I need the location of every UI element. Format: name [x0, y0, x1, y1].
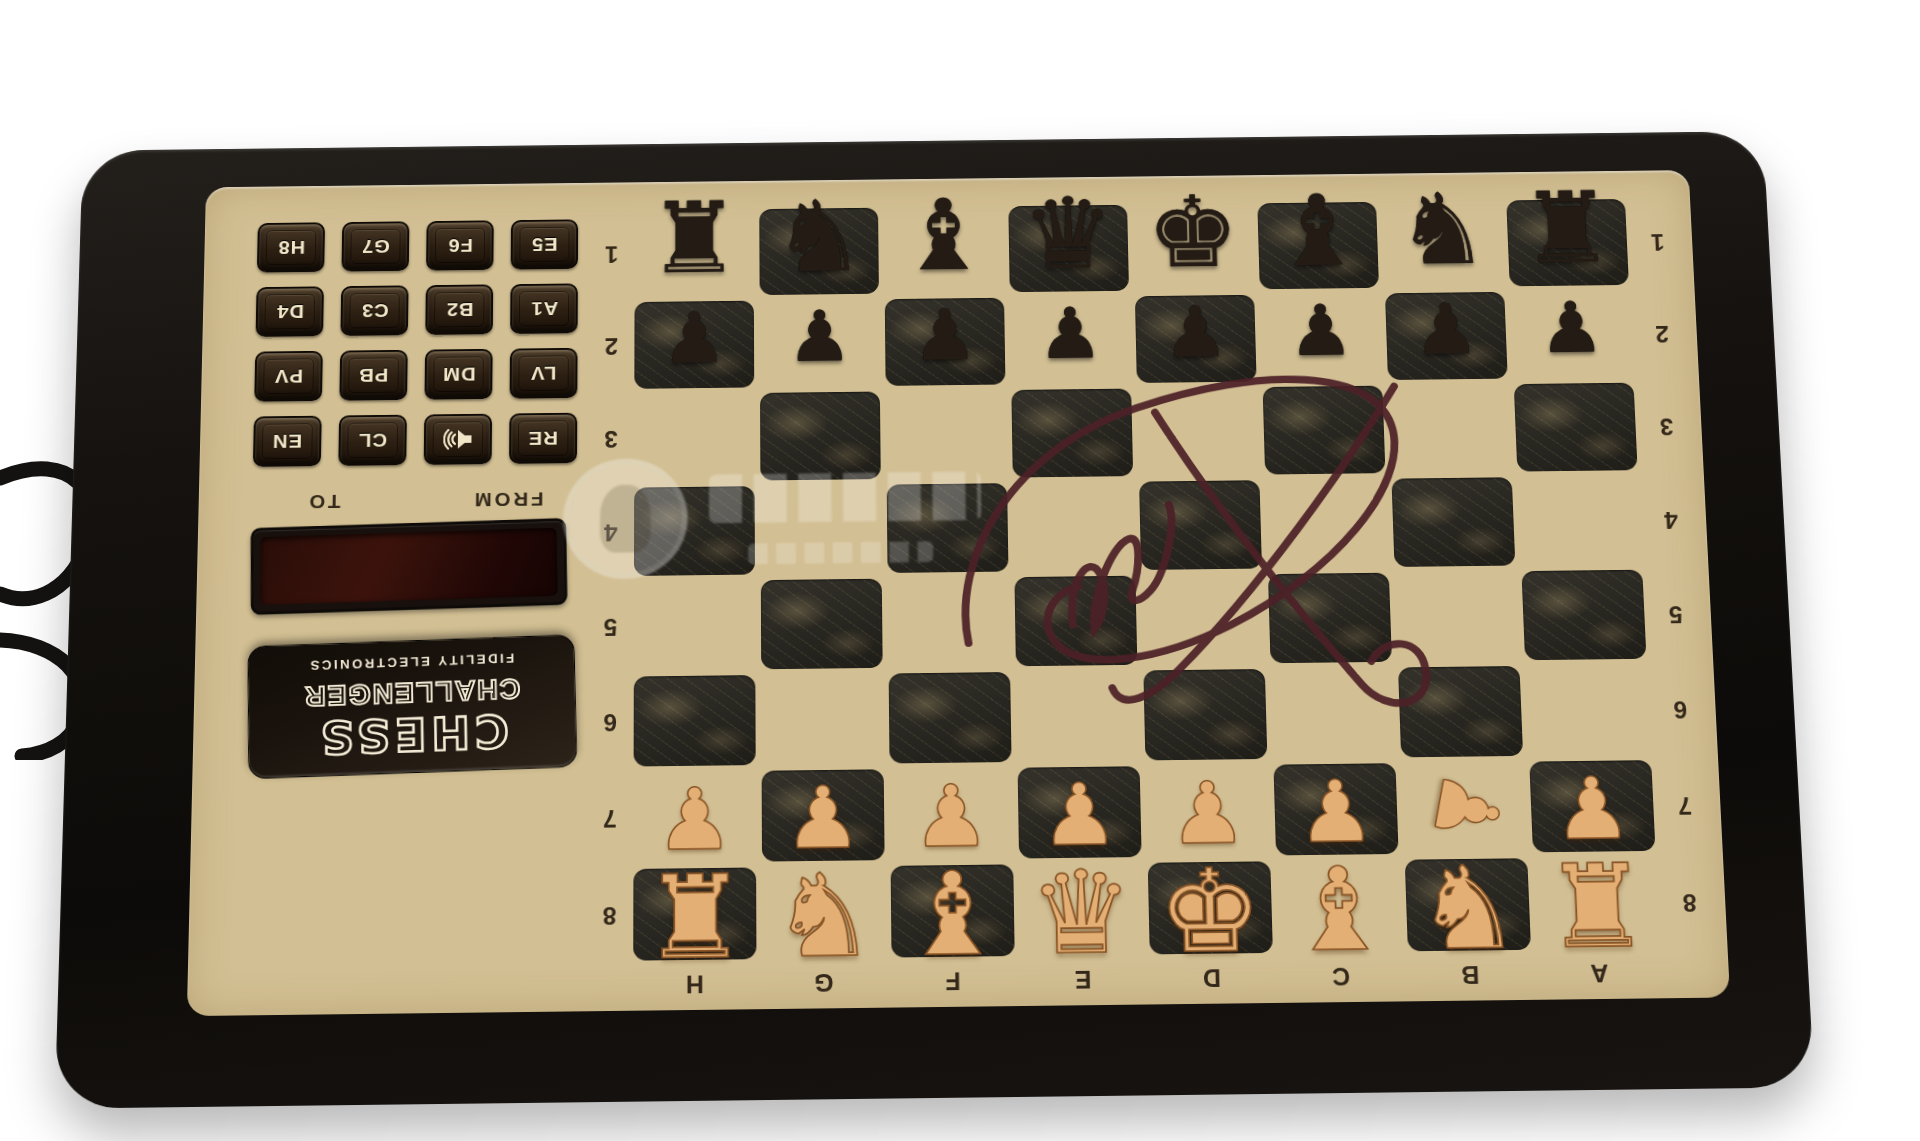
key-E5[interactable]: E5 [511, 219, 579, 269]
square [1268, 665, 1399, 762]
coordinate-label: 8 [1682, 888, 1697, 916]
dark-square-inlay [633, 867, 756, 960]
square [1262, 476, 1391, 571]
square [1138, 571, 1267, 667]
dark-square-inlay [1263, 386, 1386, 475]
key-EN[interactable]: EN [253, 416, 322, 467]
key-D4[interactable]: D4 [256, 286, 324, 336]
square: ♝ [888, 861, 1018, 960]
coordinate-label: G [814, 968, 834, 997]
coordinate-label: 5 [604, 613, 618, 641]
square: ♜ [632, 206, 757, 299]
coordinate-label: 6 [1673, 695, 1688, 723]
coordinate-label: C [1332, 962, 1351, 991]
square: ♛ [1005, 202, 1132, 295]
square [758, 671, 886, 768]
keypad: H8G7F6E5D4C3B2A1PVPBDMLVENCLRE [253, 219, 578, 466]
key-F6[interactable]: F6 [426, 220, 494, 270]
dark-square-inlay [1008, 205, 1129, 292]
white-pawn: ♟ [624, 765, 765, 873]
square [884, 480, 1012, 575]
key-label: A1 [530, 297, 558, 319]
black-rook: ♜ [624, 186, 764, 290]
dark-square-inlay [1143, 669, 1267, 760]
brand-badge: CHESS CHALLENGER FIDELITY ELECTRONICS [247, 634, 577, 779]
key-label: B2 [445, 298, 473, 320]
square: ♟ [1257, 291, 1385, 385]
square [1010, 479, 1138, 574]
square [1008, 386, 1136, 481]
square [1395, 663, 1526, 760]
dark-square-inlay [1135, 295, 1257, 383]
square: ♟ [882, 295, 1009, 389]
dark-square-inlay [1268, 573, 1392, 664]
square [1136, 477, 1265, 572]
square [1134, 384, 1262, 479]
square [757, 389, 884, 484]
coordinate-label: E [1074, 965, 1091, 994]
coordinate-label: H [686, 970, 704, 999]
black-pawn: ♟ [1257, 283, 1385, 377]
square: ♟ [1142, 762, 1273, 860]
dark-square-inlay [760, 392, 881, 481]
dark-square-inlay [759, 208, 879, 295]
key-LV[interactable]: LV [510, 348, 578, 399]
dark-square-inlay [634, 486, 755, 576]
led-display [251, 518, 568, 615]
coordinate-label: 1 [1650, 228, 1665, 255]
key-H8[interactable]: H8 [257, 222, 325, 272]
square [1260, 383, 1389, 478]
dark-square-inlay [1398, 666, 1523, 757]
key-PV[interactable]: PV [254, 351, 323, 402]
key-label: EN [272, 430, 303, 453]
square: ♟ [759, 766, 888, 864]
square: ♝ [881, 203, 1007, 296]
coordinate-label: 2 [605, 332, 618, 359]
dark-square-inlay [1018, 766, 1142, 858]
display-labels: TO FROM [252, 487, 577, 513]
key-label: RE [528, 427, 558, 450]
file-labels-bottom: HGFEDCBA [630, 958, 1665, 999]
square: ♞ [756, 205, 881, 298]
led-display-glass [260, 528, 557, 605]
square [883, 387, 1010, 482]
square: ♟ [1270, 760, 1401, 858]
dark-square-inlay [887, 483, 1009, 573]
key-label: H8 [277, 236, 305, 258]
white-bishop: ♝ [1259, 850, 1420, 971]
from-label: FROM [472, 488, 544, 511]
coordinate-label: 4 [1664, 506, 1679, 533]
black-pawn: ♟ [1507, 280, 1636, 374]
coordinate-label: A [1590, 959, 1609, 988]
square: ♟ [1382, 289, 1511, 383]
square: ♝ [1254, 199, 1382, 292]
dark-square-inlay [634, 675, 756, 766]
dark-square-inlay [1014, 576, 1137, 667]
square [886, 669, 1015, 766]
key-A1[interactable]: A1 [510, 283, 578, 333]
key-G7[interactable]: G7 [341, 221, 409, 271]
square: ♟ [1132, 292, 1260, 386]
square: ♟ [1015, 763, 1145, 861]
square [1265, 570, 1395, 666]
dark-square-inlay [891, 864, 1015, 957]
black-pawn: ♟ [1007, 286, 1134, 380]
key-label: LV [530, 362, 556, 385]
white-knight: ♞ [745, 856, 903, 977]
chess-board: 12345678 12345678 HGFEDCBA ♜♞♝♛♚♝♞♜♟♟♟♟♟… [630, 196, 1663, 963]
speaker-key[interactable] [424, 414, 492, 465]
key-label: DM [442, 363, 476, 386]
coordinate-label: 3 [604, 425, 618, 452]
square: ♟ [757, 296, 883, 390]
coordinate-label: 5 [1668, 600, 1683, 628]
square [1515, 473, 1646, 568]
key-C3[interactable]: C3 [340, 285, 408, 335]
square: ♟ [1398, 759, 1530, 857]
dark-square-inlay [1521, 570, 1646, 661]
key-label: C3 [360, 299, 388, 321]
black-knight: ♞ [1371, 178, 1514, 282]
square [758, 576, 886, 672]
coordinate-label: 2 [1655, 320, 1670, 347]
dark-square-inlay [1148, 861, 1273, 954]
square: ♟ [887, 765, 1017, 863]
key-CL[interactable]: CL [338, 415, 407, 466]
square [1522, 662, 1654, 759]
photo-stage: H8G7F6E5D4C3B2A1PVPBDMLVENCLRE TO FROM C… [0, 0, 1920, 1141]
key-label: F6 [447, 234, 473, 256]
dark-square-inlay [1391, 477, 1515, 567]
dark-square-inlay [762, 769, 885, 861]
square: ♜ [1503, 196, 1632, 289]
square [631, 483, 758, 578]
key-B2[interactable]: B2 [425, 284, 493, 334]
dark-square-inlay [1405, 858, 1531, 951]
square [631, 577, 758, 673]
white-pawn: ♟ [1136, 759, 1280, 867]
white-rook: ♜ [1516, 847, 1678, 968]
square: ♜ [630, 865, 759, 964]
square [1392, 568, 1523, 664]
coordinate-label: F [946, 966, 962, 995]
square [631, 672, 759, 769]
square [1511, 380, 1641, 475]
white-queen: ♛ [1002, 853, 1161, 974]
coordinate-label: 8 [603, 901, 617, 929]
coordinate-label: B [1461, 960, 1480, 989]
key-PB[interactable]: PB [339, 350, 407, 401]
dark-square-inlay [1011, 389, 1133, 478]
key-label: CL [358, 429, 387, 452]
square: ♟ [631, 298, 757, 392]
square: ♞ [759, 863, 889, 962]
key-RE[interactable]: RE [509, 413, 577, 464]
coordinate-label: D [1203, 963, 1222, 992]
black-bishop: ♝ [873, 183, 1014, 287]
rank-labels-left: 12345678 [594, 208, 626, 964]
square: ♚ [1130, 201, 1257, 294]
square [758, 482, 885, 577]
square: ♛ [1016, 860, 1147, 959]
square [1140, 666, 1270, 763]
square [1013, 668, 1142, 765]
square [885, 574, 1013, 670]
white-pawn: ♟ [880, 762, 1022, 870]
square [1388, 474, 1518, 569]
key-label: G7 [361, 235, 390, 257]
control-section: H8G7F6E5D4C3B2A1PVPBDMLVENCLRE TO FROM C… [247, 219, 579, 775]
board-grid: ♜♞♝♛♚♝♞♜♟♟♟♟♟♟♟♟♟♟♟♟♟♟♟♟♜♞♝♛♚♝♞♜ [630, 196, 1663, 963]
dark-square-inlay [1385, 292, 1508, 380]
square [1518, 567, 1649, 663]
coordinate-label: 3 [1659, 412, 1674, 439]
speaker-icon [443, 428, 472, 451]
coordinate-label: 6 [603, 708, 617, 736]
square: ♚ [1145, 858, 1276, 957]
square: ♟ [1526, 757, 1658, 855]
coordinate-label: 7 [1677, 791, 1692, 819]
dark-square-inlay [1273, 763, 1398, 855]
square: ♞ [1402, 855, 1534, 954]
square: ♜ [1530, 854, 1663, 953]
dark-square-inlay [1506, 199, 1629, 286]
dark-square-inlay [885, 298, 1006, 386]
dark-square-inlay [1257, 202, 1379, 289]
dark-square-inlay [1529, 760, 1655, 852]
key-label: D4 [276, 300, 304, 322]
key-label: E5 [531, 233, 558, 255]
dark-square-inlay [1139, 480, 1262, 570]
dark-square-inlay [761, 579, 883, 670]
key-DM[interactable]: DM [424, 349, 492, 400]
to-label: TO [306, 490, 340, 513]
square: ♟ [1007, 293, 1134, 387]
dark-square-inlay [889, 672, 1012, 763]
brushed-gold-panel: H8G7F6E5D4C3B2A1PVPBDMLVENCLRE TO FROM C… [187, 170, 1730, 1016]
key-label: PB [358, 364, 388, 387]
square [1011, 573, 1140, 669]
square: ♝ [1273, 857, 1405, 956]
black-king: ♚ [1122, 181, 1264, 285]
square: ♞ [1379, 198, 1507, 291]
square: ♟ [1507, 288, 1636, 382]
dark-square-inlay [634, 301, 754, 389]
black-pawn: ♟ [757, 289, 883, 383]
coordinate-label: 4 [604, 518, 618, 545]
coordinate-label: 1 [605, 240, 618, 267]
key-label: PV [274, 365, 303, 388]
square [631, 390, 757, 485]
square [1385, 381, 1514, 476]
square: ♟ [630, 768, 759, 866]
coordinate-label: 7 [603, 804, 617, 832]
chess-computer-console: H8G7F6E5D4C3B2A1PVPBDMLVENCLRE TO FROM C… [55, 131, 1815, 1108]
dark-square-inlay [1514, 383, 1638, 472]
